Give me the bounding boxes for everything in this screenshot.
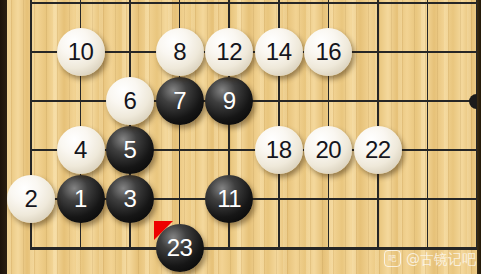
move-number: 23 xyxy=(167,236,193,260)
stone-black-9[interactable]: 9 xyxy=(205,77,253,125)
stone-black-3[interactable]: 3 xyxy=(106,175,154,223)
move-number: 2 xyxy=(25,187,38,211)
stone-white-4[interactable]: 4 xyxy=(57,126,105,174)
stone-white-16[interactable]: 16 xyxy=(304,28,352,76)
stone-black-23[interactable]: 23 xyxy=(156,224,204,272)
move-number: 4 xyxy=(74,138,87,162)
board-left-edge-shadow xyxy=(0,0,7,274)
move-number: 6 xyxy=(124,89,137,113)
move-number: 20 xyxy=(315,138,341,162)
move-number: 10 xyxy=(68,40,94,64)
move-number: 16 xyxy=(315,40,341,64)
stone-black-5[interactable]: 5 xyxy=(106,126,154,174)
move-number: 3 xyxy=(124,187,137,211)
move-number: 5 xyxy=(124,138,137,162)
stone-white-8[interactable]: 8 xyxy=(156,28,204,76)
move-number: 1 xyxy=(74,187,87,211)
watermark: 吧 @古镜记吧 xyxy=(384,250,476,267)
move-number: 22 xyxy=(365,138,391,162)
move-number: 11 xyxy=(217,187,241,211)
go-diagram-screen: 123456789101112141618202223 吧 @古镜记吧 xyxy=(0,0,481,274)
move-number: 9 xyxy=(223,89,236,113)
stone-black-7[interactable]: 7 xyxy=(156,77,204,125)
stone-white-10[interactable]: 10 xyxy=(57,28,105,76)
stone-white-2[interactable]: 2 xyxy=(7,175,55,223)
move-number: 12 xyxy=(216,40,242,64)
stone-black-1[interactable]: 1 xyxy=(57,175,105,223)
tieba-logo-icon: 吧 xyxy=(384,250,401,267)
stone-white-6[interactable]: 6 xyxy=(106,77,154,125)
stone-white-18[interactable]: 18 xyxy=(255,126,303,174)
move-number: 18 xyxy=(266,138,292,162)
stone-white-14[interactable]: 14 xyxy=(255,28,303,76)
stone-black-11[interactable]: 11 xyxy=(205,175,253,223)
go-board[interactable]: 123456789101112141618202223 xyxy=(6,0,481,273)
move-number: 8 xyxy=(173,40,186,64)
watermark-text: @古镜记吧 xyxy=(406,252,476,266)
move-number: 7 xyxy=(173,89,186,113)
board-right-edge-shadow xyxy=(477,0,481,274)
stone-white-22[interactable]: 22 xyxy=(354,126,402,174)
stone-white-20[interactable]: 20 xyxy=(304,126,352,174)
stone-white-12[interactable]: 12 xyxy=(205,28,253,76)
move-number: 14 xyxy=(266,40,292,64)
